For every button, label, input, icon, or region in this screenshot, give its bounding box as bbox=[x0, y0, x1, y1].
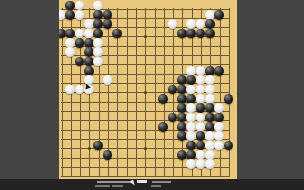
black-stone bbox=[214, 66, 224, 76]
player-timeline-mark[interactable] bbox=[151, 185, 161, 187]
go-board bbox=[59, 0, 237, 179]
player-timeline-mark[interactable] bbox=[95, 185, 110, 187]
grid-line bbox=[164, 8, 165, 177]
white-stone bbox=[205, 85, 215, 95]
white-stone bbox=[205, 94, 215, 104]
white-stone bbox=[205, 159, 215, 169]
black-stone bbox=[224, 94, 234, 104]
grid-line bbox=[127, 8, 128, 177]
hoshi-point bbox=[88, 147, 91, 150]
black-stone bbox=[158, 122, 168, 132]
letterbox-right bbox=[237, 0, 304, 179]
player-timeline-mark[interactable] bbox=[137, 180, 147, 184]
hoshi-point bbox=[144, 91, 147, 94]
white-stone bbox=[93, 38, 103, 48]
black-stone bbox=[75, 38, 85, 48]
white-stone bbox=[65, 38, 75, 48]
white-stone bbox=[214, 122, 224, 132]
white-stone bbox=[186, 66, 196, 76]
black-stone bbox=[158, 94, 168, 104]
white-stone bbox=[186, 159, 196, 169]
player-timeline-mark[interactable] bbox=[97, 181, 132, 183]
hoshi-point bbox=[144, 35, 147, 38]
grid-line bbox=[220, 8, 221, 177]
video-frame bbox=[0, 0, 304, 190]
black-stone bbox=[205, 29, 215, 39]
black-stone bbox=[112, 29, 122, 39]
white-stone bbox=[196, 122, 206, 132]
white-stone bbox=[214, 103, 224, 113]
black-stone bbox=[103, 10, 113, 20]
black-stone bbox=[224, 141, 234, 151]
black-stone bbox=[205, 19, 215, 29]
hoshi-point bbox=[144, 147, 147, 150]
white-stone bbox=[196, 94, 206, 104]
grid-line bbox=[155, 8, 156, 177]
letterbox-left bbox=[0, 0, 59, 179]
black-stone bbox=[186, 150, 196, 160]
player-timeline-mark[interactable] bbox=[112, 185, 123, 187]
white-stone bbox=[196, 66, 206, 76]
mouse-cursor-icon bbox=[130, 179, 137, 186]
grid-line bbox=[229, 8, 230, 177]
black-stone bbox=[93, 10, 103, 20]
white-stone bbox=[196, 150, 206, 160]
black-stone bbox=[65, 10, 75, 20]
black-stone bbox=[103, 150, 113, 160]
white-stone bbox=[205, 150, 215, 160]
player-bar[interactable] bbox=[0, 179, 304, 190]
white-stone bbox=[186, 122, 196, 132]
black-stone bbox=[84, 66, 94, 76]
white-stone bbox=[205, 75, 215, 85]
white-stone bbox=[214, 131, 224, 141]
white-stone bbox=[75, 10, 85, 20]
grid-line bbox=[136, 8, 137, 177]
black-stone bbox=[186, 94, 196, 104]
black-stone bbox=[214, 10, 224, 20]
player-timeline-mark[interactable] bbox=[152, 181, 171, 184]
